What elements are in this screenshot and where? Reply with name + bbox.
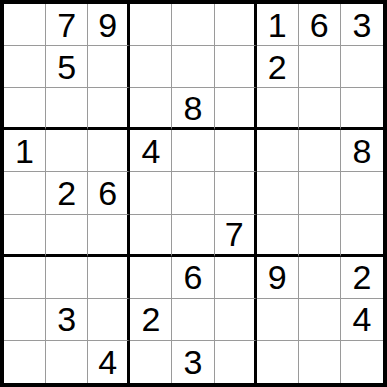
- cell-r6c1[interactable]: [4, 215, 46, 257]
- cell-r8c8[interactable]: [299, 299, 341, 341]
- cell-r6c6[interactable]: 7: [215, 215, 257, 257]
- cell-r6c8[interactable]: [299, 215, 341, 257]
- cell-r7c2[interactable]: [46, 257, 88, 299]
- cell-r5c5[interactable]: [172, 172, 214, 214]
- cell-r2c6[interactable]: [215, 46, 257, 88]
- cell-r4c4[interactable]: 4: [130, 130, 172, 172]
- cell-r2c7[interactable]: 2: [257, 46, 299, 88]
- cell-r7c7[interactable]: 9: [257, 257, 299, 299]
- cell-r3c8[interactable]: [299, 88, 341, 130]
- cell-r8c9[interactable]: 4: [341, 299, 383, 341]
- cell-r1c1[interactable]: [4, 4, 46, 46]
- cell-r4c5[interactable]: [172, 130, 214, 172]
- cell-r5c9[interactable]: [341, 172, 383, 214]
- cell-r9c4[interactable]: [130, 341, 172, 383]
- cell-r6c7[interactable]: [257, 215, 299, 257]
- cell-r7c6[interactable]: [215, 257, 257, 299]
- cell-r7c9[interactable]: 2: [341, 257, 383, 299]
- cell-r4c6[interactable]: [215, 130, 257, 172]
- cell-r2c4[interactable]: [130, 46, 172, 88]
- cell-r2c5[interactable]: [172, 46, 214, 88]
- cell-r9c1[interactable]: [4, 341, 46, 383]
- cell-r9c6[interactable]: [215, 341, 257, 383]
- cell-r4c7[interactable]: [257, 130, 299, 172]
- cell-r1c4[interactable]: [130, 4, 172, 46]
- cell-r3c5[interactable]: 8: [172, 88, 214, 130]
- cell-r7c4[interactable]: [130, 257, 172, 299]
- cell-r2c8[interactable]: [299, 46, 341, 88]
- cell-r5c7[interactable]: [257, 172, 299, 214]
- cell-r9c9[interactable]: [341, 341, 383, 383]
- cell-r3c7[interactable]: [257, 88, 299, 130]
- cell-r2c2[interactable]: 5: [46, 46, 88, 88]
- cell-r6c4[interactable]: [130, 215, 172, 257]
- cell-r9c8[interactable]: [299, 341, 341, 383]
- cell-r3c2[interactable]: [46, 88, 88, 130]
- cell-r6c9[interactable]: [341, 215, 383, 257]
- cell-r3c4[interactable]: [130, 88, 172, 130]
- sudoku-app: 7916352814826769232443: [0, 0, 387, 387]
- cell-r1c9[interactable]: 3: [341, 4, 383, 46]
- cell-r5c6[interactable]: [215, 172, 257, 214]
- cell-r9c2[interactable]: [46, 341, 88, 383]
- cell-r1c5[interactable]: [172, 4, 214, 46]
- cell-r5c2[interactable]: 2: [46, 172, 88, 214]
- cell-r4c1[interactable]: 1: [4, 130, 46, 172]
- cell-r5c1[interactable]: [4, 172, 46, 214]
- cell-r6c2[interactable]: [46, 215, 88, 257]
- cell-r8c2[interactable]: 3: [46, 299, 88, 341]
- cell-r7c5[interactable]: 6: [172, 257, 214, 299]
- cell-r3c6[interactable]: [215, 88, 257, 130]
- cell-r4c9[interactable]: 8: [341, 130, 383, 172]
- cell-r3c3[interactable]: [88, 88, 130, 130]
- cell-r6c3[interactable]: [88, 215, 130, 257]
- cell-r7c1[interactable]: [4, 257, 46, 299]
- cell-r3c9[interactable]: [341, 88, 383, 130]
- cell-r5c8[interactable]: [299, 172, 341, 214]
- cell-r2c9[interactable]: [341, 46, 383, 88]
- cell-r5c3[interactable]: 6: [88, 172, 130, 214]
- cell-r9c3[interactable]: 4: [88, 341, 130, 383]
- cell-r8c7[interactable]: [257, 299, 299, 341]
- cell-r1c7[interactable]: 1: [257, 4, 299, 46]
- cell-r6c5[interactable]: [172, 215, 214, 257]
- cell-r9c7[interactable]: [257, 341, 299, 383]
- cell-r8c4[interactable]: 2: [130, 299, 172, 341]
- cell-r1c2[interactable]: 7: [46, 4, 88, 46]
- cell-r4c8[interactable]: [299, 130, 341, 172]
- cell-r3c1[interactable]: [4, 88, 46, 130]
- cell-r2c3[interactable]: [88, 46, 130, 88]
- cell-r7c3[interactable]: [88, 257, 130, 299]
- cell-r1c6[interactable]: [215, 4, 257, 46]
- cell-r8c3[interactable]: [88, 299, 130, 341]
- cell-r4c2[interactable]: [46, 130, 88, 172]
- cell-r8c5[interactable]: [172, 299, 214, 341]
- cell-r7c8[interactable]: [299, 257, 341, 299]
- cell-r1c3[interactable]: 9: [88, 4, 130, 46]
- cell-r5c4[interactable]: [130, 172, 172, 214]
- cell-r1c8[interactable]: 6: [299, 4, 341, 46]
- cell-r8c1[interactable]: [4, 299, 46, 341]
- cell-r2c1[interactable]: [4, 46, 46, 88]
- cell-r9c5[interactable]: 3: [172, 341, 214, 383]
- sudoku-board: 7916352814826769232443: [0, 0, 387, 387]
- cell-r8c6[interactable]: [215, 299, 257, 341]
- cell-r4c3[interactable]: [88, 130, 130, 172]
